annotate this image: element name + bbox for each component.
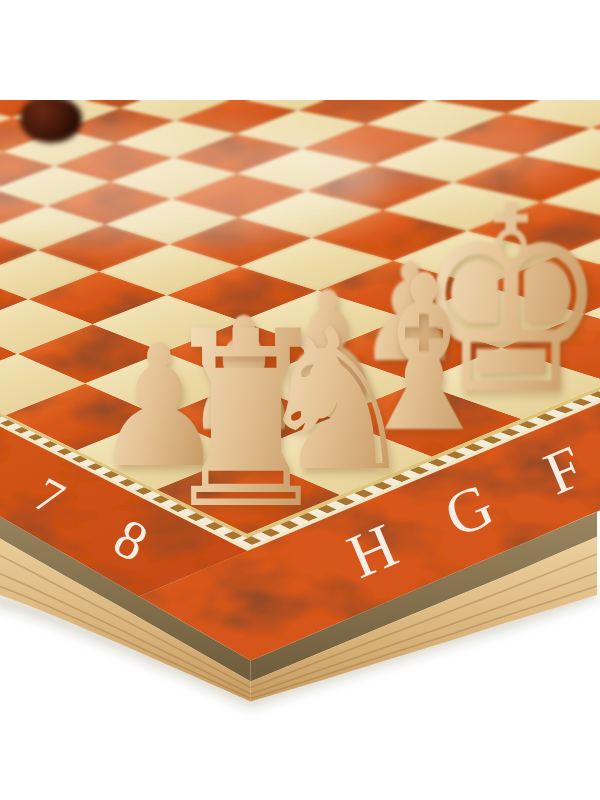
square-offboard: [179, 35, 291, 65]
square-offboard: [234, 44, 352, 76]
square-offboard: [290, 23, 409, 54]
square-offboard: [492, 52, 600, 88]
piece-reflection: ♜: [159, 535, 334, 779]
square-h5: [0, 354, 85, 415]
square-offboard: [571, 63, 600, 102]
square-offboard: [177, 65, 294, 98]
square-offboard: [21, 66, 124, 97]
square-offboard: [419, 42, 554, 76]
rook-glyph: ♜: [159, 299, 334, 543]
chessboard-photo: HGF87 ♟♚♟♝♝♟♟♞♞♟♟♜♜: [0, 0, 600, 800]
piece-white-rook-h8: ♜♜: [159, 299, 334, 543]
board-photo-region: HGF87 ♟♚♟♝♝♟♟♞♞♟♟♜♜: [0, 0, 600, 800]
square-offboard: [359, 64, 492, 100]
square-offboard: [128, 27, 234, 56]
square-offboard: [352, 32, 479, 64]
square-offboard: [124, 56, 234, 87]
square-offboard: [74, 46, 179, 76]
square-h4: [0, 327, 17, 384]
square-offboard: [294, 54, 419, 87]
rank-label-7: 7: [26, 466, 74, 526]
